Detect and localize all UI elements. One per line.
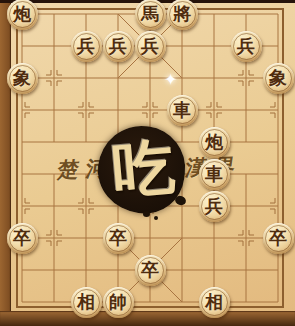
- piece-character: 兵: [71, 31, 102, 62]
- piece-character: 兵: [231, 31, 262, 62]
- piece-character: 兵: [199, 191, 230, 222]
- ink-splatter: [154, 216, 158, 220]
- piece-character: 車: [199, 159, 230, 190]
- xiangqi-piece[interactable]: 卒: [263, 223, 294, 254]
- xiangqi-piece[interactable]: 卒: [103, 223, 134, 254]
- xiangqi-piece[interactable]: 象: [263, 63, 294, 94]
- xiangqi-piece[interactable]: 車: [199, 159, 230, 190]
- piece-character: 卒: [103, 223, 134, 254]
- xiangqi-piece[interactable]: 炮: [7, 0, 38, 30]
- xiangqi-board[interactable]: 楚河 漢界 吃 炮馬將兵兵兵兵象象車炮車兵卒卒卒卒相帥相 ✦: [0, 0, 295, 326]
- piece-character: 炮: [7, 0, 38, 30]
- piece-character: 馬: [135, 0, 166, 30]
- xiangqi-piece[interactable]: 兵: [103, 31, 134, 62]
- piece-character: 卒: [135, 255, 166, 286]
- xiangqi-piece[interactable]: 兵: [71, 31, 102, 62]
- piece-character: 卒: [263, 223, 294, 254]
- capture-lesson-stamp-text: 吃: [100, 128, 188, 213]
- piece-character: 車: [167, 95, 198, 126]
- xiangqi-piece[interactable]: 卒: [7, 223, 38, 254]
- piece-character: 象: [263, 63, 294, 94]
- piece-character: 帥: [103, 287, 134, 318]
- xiangqi-piece[interactable]: 兵: [135, 31, 166, 62]
- ink-splatter: [143, 211, 150, 217]
- piece-character: 將: [167, 0, 198, 30]
- xiangqi-piece[interactable]: 卒: [135, 255, 166, 286]
- piece-character: 象: [7, 63, 38, 94]
- xiangqi-piece[interactable]: 兵: [231, 31, 262, 62]
- xiangqi-piece[interactable]: 相: [199, 287, 230, 318]
- xiangqi-piece[interactable]: 車: [167, 95, 198, 126]
- piece-character: 相: [71, 287, 102, 318]
- xiangqi-piece[interactable]: 炮: [199, 127, 230, 158]
- xiangqi-piece[interactable]: 馬: [135, 0, 166, 30]
- xiangqi-piece[interactable]: 將: [167, 0, 198, 30]
- sparkle-icon: ✦: [164, 70, 177, 89]
- piece-character: 兵: [103, 31, 134, 62]
- xiangqi-piece[interactable]: 兵: [199, 191, 230, 222]
- xiangqi-piece[interactable]: 帥: [103, 287, 134, 318]
- piece-character: 相: [199, 287, 230, 318]
- piece-character: 炮: [199, 127, 230, 158]
- xiangqi-piece[interactable]: 象: [7, 63, 38, 94]
- piece-character: 兵: [135, 31, 166, 62]
- xiangqi-piece[interactable]: 相: [71, 287, 102, 318]
- piece-character: 卒: [7, 223, 38, 254]
